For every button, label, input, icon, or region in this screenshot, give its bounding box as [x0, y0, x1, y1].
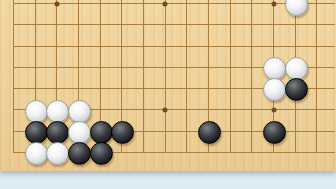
white-stone[interactable]: [46, 142, 69, 165]
white-stone[interactable]: [263, 57, 286, 80]
go-app-screen: [0, 0, 336, 189]
white-stone[interactable]: [68, 121, 91, 144]
black-stone[interactable]: [90, 121, 113, 144]
star-point: [54, 1, 59, 6]
black-stone[interactable]: [25, 121, 48, 144]
black-stone[interactable]: [263, 121, 286, 144]
black-stone[interactable]: [198, 121, 221, 144]
star-point: [163, 1, 168, 6]
white-stone[interactable]: [25, 100, 48, 123]
star-point: [271, 1, 276, 6]
white-stone[interactable]: [285, 57, 308, 80]
white-stone[interactable]: [46, 100, 69, 123]
star-point: [271, 108, 276, 113]
star-point: [163, 108, 168, 113]
go-board[interactable]: [0, 0, 336, 171]
white-stone[interactable]: [25, 142, 48, 165]
app-background-strip: [0, 171, 336, 189]
black-stone[interactable]: [46, 121, 69, 144]
black-stone[interactable]: [68, 142, 91, 165]
black-stone[interactable]: [111, 121, 134, 144]
black-stone[interactable]: [90, 142, 113, 165]
black-stone[interactable]: [285, 78, 308, 101]
white-stone[interactable]: [68, 100, 91, 123]
